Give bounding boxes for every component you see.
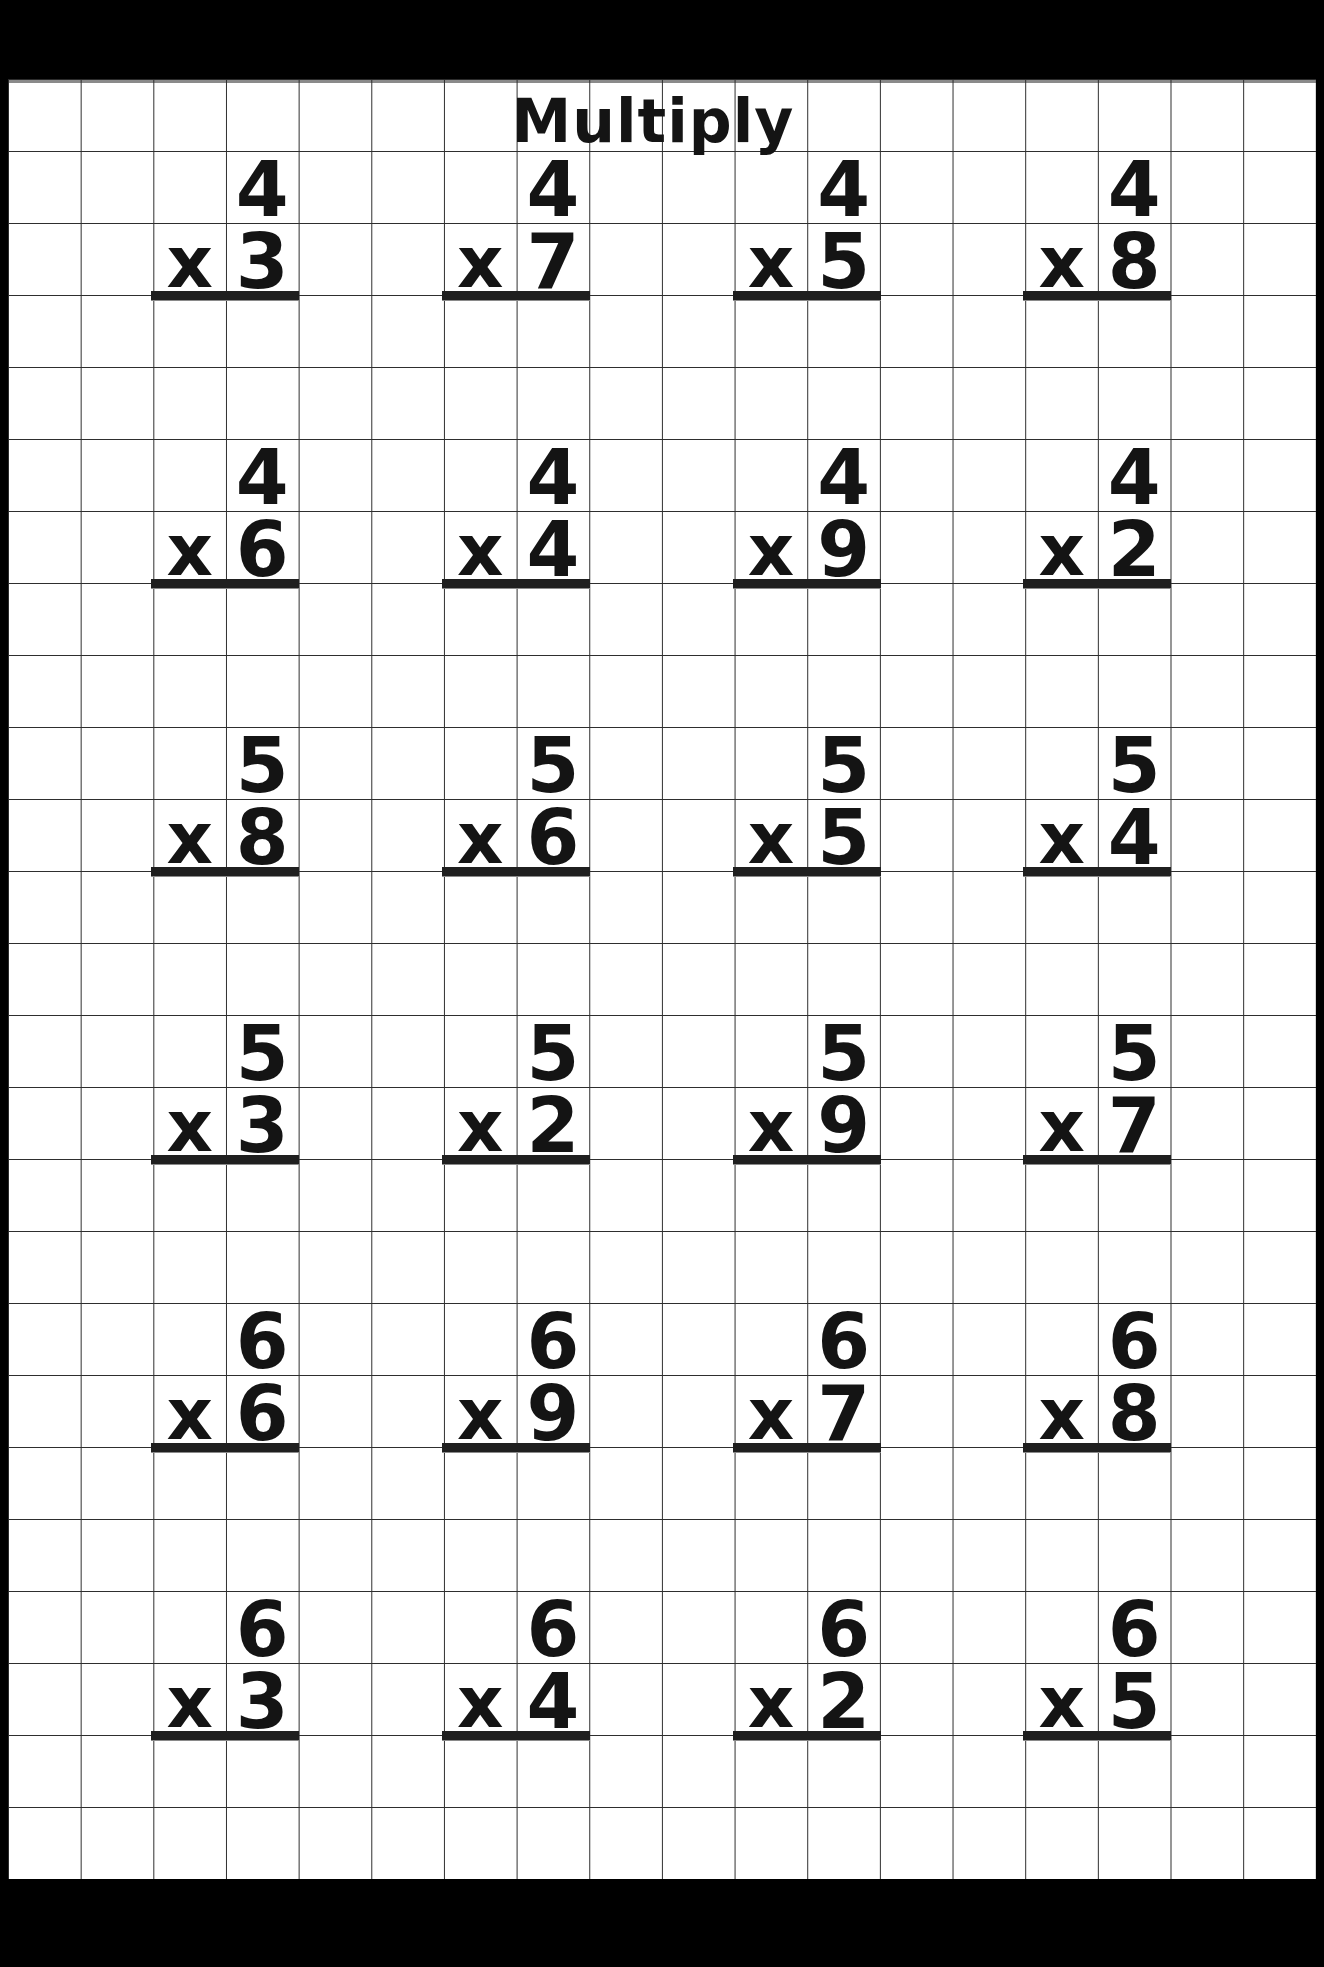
multiplier: 3 bbox=[226, 1666, 299, 1738]
multiplicand: 4 bbox=[807, 442, 880, 514]
multiplicand: 6 bbox=[226, 1594, 299, 1666]
answer-line bbox=[1023, 1443, 1171, 1452]
multiplicand: 4 bbox=[1098, 442, 1171, 514]
problem: 6 x 5 bbox=[1025, 1591, 1170, 1879]
problem-top-row: 5 bbox=[1098, 1018, 1171, 1090]
problem: 4 x 7 bbox=[444, 151, 589, 439]
answer-space[interactable] bbox=[1025, 1164, 1170, 1303]
multiplicand: 6 bbox=[226, 1306, 299, 1378]
answer-line bbox=[1023, 291, 1171, 300]
problem-top-row: 6 bbox=[517, 1306, 590, 1378]
problem-top-row: 5 bbox=[226, 1018, 299, 1090]
answer-space[interactable] bbox=[735, 1452, 880, 1591]
answer-space[interactable] bbox=[1025, 1452, 1170, 1591]
answer-space[interactable] bbox=[444, 1452, 589, 1591]
answer-line bbox=[151, 867, 299, 876]
problem-bottom-row: x 4 bbox=[444, 1666, 589, 1738]
multiplier: 3 bbox=[226, 226, 299, 298]
multiplicand: 6 bbox=[1098, 1594, 1171, 1666]
answer-line bbox=[733, 1443, 881, 1452]
multiplier: 4 bbox=[1098, 802, 1171, 874]
multiplier: 2 bbox=[1098, 514, 1171, 586]
answer-line bbox=[1023, 1731, 1171, 1740]
problem-bottom-row: x 9 bbox=[735, 514, 880, 586]
multiply-sign: x bbox=[444, 1090, 517, 1162]
answer-line bbox=[151, 579, 299, 588]
multiply-sign: x bbox=[444, 1378, 517, 1450]
multiplier: 6 bbox=[226, 514, 299, 586]
answer-space[interactable] bbox=[153, 1164, 298, 1303]
multiplier: 7 bbox=[517, 226, 590, 298]
multiplicand: 5 bbox=[807, 1018, 880, 1090]
problem-top-row: 5 bbox=[1098, 730, 1171, 802]
multiply-sign: x bbox=[1025, 514, 1098, 586]
multiply-sign: x bbox=[735, 802, 808, 874]
answer-space[interactable] bbox=[153, 1452, 298, 1591]
multiplicand: 4 bbox=[807, 154, 880, 226]
answer-line bbox=[733, 1155, 881, 1164]
multiplier: 7 bbox=[807, 1378, 880, 1450]
answer-line bbox=[733, 1731, 881, 1740]
problem-top-row: 6 bbox=[1098, 1594, 1171, 1666]
answer-line bbox=[442, 579, 590, 588]
answer-space[interactable] bbox=[735, 1740, 880, 1879]
problem-top-row: 5 bbox=[517, 730, 590, 802]
problem: 6 x 8 bbox=[1025, 1303, 1170, 1591]
answer-space[interactable] bbox=[153, 300, 298, 439]
answer-line bbox=[1023, 867, 1171, 876]
multiplier: 3 bbox=[226, 1090, 299, 1162]
problem-bottom-row: x 2 bbox=[735, 1666, 880, 1738]
multiplicand: 5 bbox=[226, 730, 299, 802]
problem-bottom-row: x 4 bbox=[1025, 802, 1170, 874]
answer-line bbox=[442, 1443, 590, 1452]
multiply-sign: x bbox=[1025, 1666, 1098, 1738]
problem-bottom-row: x 8 bbox=[1025, 1378, 1170, 1450]
answer-line bbox=[151, 1443, 299, 1452]
problem-bottom-row: x 3 bbox=[153, 1090, 298, 1162]
multiplicand: 4 bbox=[1098, 154, 1171, 226]
multiplicand: 4 bbox=[226, 154, 299, 226]
answer-line bbox=[442, 291, 590, 300]
problem-bottom-row: x 3 bbox=[153, 1666, 298, 1738]
problem-top-row: 4 bbox=[226, 154, 299, 226]
answer-space[interactable] bbox=[1025, 300, 1170, 439]
answer-line bbox=[442, 1155, 590, 1164]
answer-line bbox=[733, 579, 881, 588]
problem: 6 x 7 bbox=[735, 1303, 880, 1591]
problem: 4 x 3 bbox=[153, 151, 298, 439]
problem: 5 x 2 bbox=[444, 1015, 589, 1303]
multiply-sign: x bbox=[153, 226, 226, 298]
answer-space[interactable] bbox=[153, 876, 298, 1015]
answer-space[interactable] bbox=[735, 300, 880, 439]
grid-paper: Multiply 4 x 3 4 x 7 4 x 5 4 bbox=[8, 79, 1316, 1879]
answer-space[interactable] bbox=[1025, 1740, 1170, 1879]
multiplicand: 6 bbox=[517, 1594, 590, 1666]
problem: 4 x 2 bbox=[1025, 439, 1170, 727]
answer-line bbox=[151, 291, 299, 300]
problem-bottom-row: x 9 bbox=[444, 1378, 589, 1450]
multiplier: 9 bbox=[807, 514, 880, 586]
problem: 4 x 8 bbox=[1025, 151, 1170, 439]
problem: 6 x 3 bbox=[153, 1591, 298, 1879]
problem-top-row: 4 bbox=[807, 442, 880, 514]
problem-bottom-row: x 8 bbox=[1025, 226, 1170, 298]
problem: 5 x 9 bbox=[735, 1015, 880, 1303]
multiplier: 2 bbox=[807, 1666, 880, 1738]
multiplier: 8 bbox=[1098, 226, 1171, 298]
problem-top-row: 4 bbox=[807, 154, 880, 226]
answer-line bbox=[151, 1731, 299, 1740]
multiplicand: 6 bbox=[1098, 1306, 1171, 1378]
answer-space[interactable] bbox=[735, 876, 880, 1015]
multiplicand: 5 bbox=[1098, 1018, 1171, 1090]
multiplier: 7 bbox=[1098, 1090, 1171, 1162]
answer-space[interactable] bbox=[444, 300, 589, 439]
multiply-sign: x bbox=[444, 1666, 517, 1738]
multiply-sign: x bbox=[1025, 1090, 1098, 1162]
problem-bottom-row: x 2 bbox=[1025, 514, 1170, 586]
problem-top-row: 6 bbox=[226, 1594, 299, 1666]
answer-line bbox=[442, 867, 590, 876]
problem: 4 x 9 bbox=[735, 439, 880, 727]
answer-space[interactable] bbox=[444, 1164, 589, 1303]
problem-bottom-row: x 7 bbox=[1025, 1090, 1170, 1162]
multiply-sign: x bbox=[735, 1666, 808, 1738]
multiply-sign: x bbox=[1025, 226, 1098, 298]
problem-bottom-row: x 9 bbox=[735, 1090, 880, 1162]
problem: 5 x 8 bbox=[153, 727, 298, 1015]
problem-top-row: 4 bbox=[1098, 442, 1171, 514]
answer-line bbox=[733, 867, 881, 876]
multiplier: 6 bbox=[517, 802, 590, 874]
problem-top-row: 5 bbox=[517, 1018, 590, 1090]
problem: 4 x 4 bbox=[444, 439, 589, 727]
problem-top-row: 4 bbox=[517, 442, 590, 514]
answer-space[interactable] bbox=[1025, 876, 1170, 1015]
answer-line bbox=[442, 1731, 590, 1740]
multiplicand: 5 bbox=[517, 1018, 590, 1090]
problem-bottom-row: x 4 bbox=[444, 514, 589, 586]
worksheet-page: Multiply 4 x 3 4 x 7 4 x 5 4 bbox=[0, 0, 1324, 1967]
multiplier: 8 bbox=[226, 802, 299, 874]
answer-space[interactable] bbox=[735, 588, 880, 727]
problem: 6 x 9 bbox=[444, 1303, 589, 1591]
multiply-sign: x bbox=[444, 226, 517, 298]
problem-top-row: 6 bbox=[807, 1306, 880, 1378]
answer-space[interactable] bbox=[153, 1740, 298, 1879]
problem-top-row: 4 bbox=[226, 442, 299, 514]
multiply-sign: x bbox=[153, 1090, 226, 1162]
problem: 5 x 6 bbox=[444, 727, 589, 1015]
problem: 4 x 6 bbox=[153, 439, 298, 727]
problem-bottom-row: x 7 bbox=[444, 226, 589, 298]
multiply-sign: x bbox=[153, 1666, 226, 1738]
problem-top-row: 5 bbox=[807, 730, 880, 802]
problem-bottom-row: x 6 bbox=[444, 802, 589, 874]
multiplicand: 5 bbox=[1098, 730, 1171, 802]
answer-space[interactable] bbox=[735, 1164, 880, 1303]
problem: 5 x 4 bbox=[1025, 727, 1170, 1015]
multiply-sign: x bbox=[1025, 802, 1098, 874]
multiplicand: 6 bbox=[807, 1594, 880, 1666]
problem: 6 x 2 bbox=[735, 1591, 880, 1879]
problem-bottom-row: x 5 bbox=[735, 802, 880, 874]
multiplier: 9 bbox=[807, 1090, 880, 1162]
answer-space[interactable] bbox=[444, 876, 589, 1015]
multiply-sign: x bbox=[153, 1378, 226, 1450]
problem: 6 x 4 bbox=[444, 1591, 589, 1879]
answer-line bbox=[733, 291, 881, 300]
multiplicand: 6 bbox=[517, 1306, 590, 1378]
problem: 4 x 5 bbox=[735, 151, 880, 439]
problem: 6 x 6 bbox=[153, 1303, 298, 1591]
problem-top-row: 4 bbox=[517, 154, 590, 226]
problem-top-row: 6 bbox=[807, 1594, 880, 1666]
multiply-sign: x bbox=[735, 1378, 808, 1450]
problem-bottom-row: x 7 bbox=[735, 1378, 880, 1450]
answer-line bbox=[1023, 1155, 1171, 1164]
problem: 5 x 3 bbox=[153, 1015, 298, 1303]
problems-layer: 4 x 3 4 x 7 4 x 5 4 x 8 bbox=[8, 79, 1316, 1879]
multiplier: 5 bbox=[1098, 1666, 1171, 1738]
multiplicand: 4 bbox=[226, 442, 299, 514]
problem-bottom-row: x 6 bbox=[153, 514, 298, 586]
problem-top-row: 6 bbox=[517, 1594, 590, 1666]
problem-bottom-row: x 5 bbox=[735, 226, 880, 298]
problem-top-row: 5 bbox=[226, 730, 299, 802]
multiply-sign: x bbox=[444, 802, 517, 874]
multiplier: 5 bbox=[807, 226, 880, 298]
multiply-sign: x bbox=[153, 514, 226, 586]
problem-top-row: 6 bbox=[226, 1306, 299, 1378]
multiplicand: 4 bbox=[517, 154, 590, 226]
multiplier: 9 bbox=[517, 1378, 590, 1450]
multiplier: 5 bbox=[807, 802, 880, 874]
problem-top-row: 6 bbox=[1098, 1306, 1171, 1378]
multiplier: 6 bbox=[226, 1378, 299, 1450]
multiplicand: 4 bbox=[517, 442, 590, 514]
problem-bottom-row: x 8 bbox=[153, 802, 298, 874]
answer-line bbox=[1023, 579, 1171, 588]
multiplicand: 5 bbox=[226, 1018, 299, 1090]
problem-bottom-row: x 5 bbox=[1025, 1666, 1170, 1738]
multiplier: 8 bbox=[1098, 1378, 1171, 1450]
problem: 5 x 7 bbox=[1025, 1015, 1170, 1303]
multiply-sign: x bbox=[444, 514, 517, 586]
problem-bottom-row: x 6 bbox=[153, 1378, 298, 1450]
multiply-sign: x bbox=[153, 802, 226, 874]
multiply-sign: x bbox=[1025, 1378, 1098, 1450]
problem: 5 x 5 bbox=[735, 727, 880, 1015]
multiplicand: 6 bbox=[807, 1306, 880, 1378]
multiplier: 4 bbox=[517, 1666, 590, 1738]
problem-top-row: 4 bbox=[1098, 154, 1171, 226]
multiplicand: 5 bbox=[517, 730, 590, 802]
problem-bottom-row: x 2 bbox=[444, 1090, 589, 1162]
answer-space[interactable] bbox=[444, 1740, 589, 1879]
multiply-sign: x bbox=[735, 514, 808, 586]
problem-top-row: 5 bbox=[807, 1018, 880, 1090]
answer-space[interactable] bbox=[1025, 588, 1170, 727]
answer-line bbox=[151, 1155, 299, 1164]
multiply-sign: x bbox=[735, 226, 808, 298]
multiplier: 2 bbox=[517, 1090, 590, 1162]
multiplier: 4 bbox=[517, 514, 590, 586]
answer-space[interactable] bbox=[444, 588, 589, 727]
multiplicand: 5 bbox=[807, 730, 880, 802]
answer-space[interactable] bbox=[153, 588, 298, 727]
multiply-sign: x bbox=[735, 1090, 808, 1162]
problem-bottom-row: x 3 bbox=[153, 226, 298, 298]
